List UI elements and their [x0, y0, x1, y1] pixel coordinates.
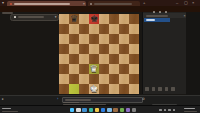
taskbar-icon-task-view[interactable]	[82, 108, 86, 112]
square-f6[interactable]	[109, 34, 119, 44]
square-b7[interactable]	[69, 24, 79, 34]
square-g1[interactable]	[119, 84, 129, 94]
square-f3[interactable]	[109, 64, 119, 74]
taskbar-icon-start[interactable]	[70, 108, 74, 112]
square-a2[interactable]	[59, 74, 69, 84]
nav-next-icon[interactable]	[158, 87, 162, 91]
tab-title-text	[94, 3, 132, 5]
tab-favicon	[90, 3, 92, 5]
console-output-line	[63, 102, 79, 104]
square-a4[interactable]	[59, 54, 69, 64]
square-b3[interactable]	[69, 64, 79, 74]
right-side-panel: ×	[142, 12, 187, 94]
square-h6[interactable]	[129, 34, 139, 44]
square-e2[interactable]	[99, 74, 109, 84]
console-input-text	[65, 99, 91, 101]
square-f2[interactable]	[109, 74, 119, 84]
panel-header: ×	[143, 13, 187, 18]
tab-title-text	[14, 3, 70, 5]
square-d3[interactable]: ♛	[89, 64, 99, 74]
square-a5[interactable]	[59, 44, 69, 54]
square-d7[interactable]	[89, 24, 99, 34]
console-panel: ▸ › ⊘	[0, 95, 200, 105]
window-close-icon[interactable]: ×	[192, 1, 194, 5]
square-c5[interactable]	[79, 44, 89, 54]
tab-favicon	[10, 3, 12, 5]
scroll-gutter	[186, 12, 200, 95]
nav-last-icon[interactable]	[165, 87, 169, 91]
selected-list-item[interactable]	[144, 18, 170, 22]
square-f8[interactable]	[109, 14, 119, 24]
square-b5[interactable]	[69, 44, 79, 54]
white-king[interactable]: ♚	[90, 84, 99, 94]
square-h4[interactable]	[129, 54, 139, 64]
windows-taskbar	[0, 105, 200, 113]
taskbar-icon-app-green[interactable]	[120, 108, 124, 112]
square-a1[interactable]	[59, 84, 69, 94]
square-h1[interactable]	[129, 84, 139, 94]
taskbar-icon-app-purple[interactable]	[126, 108, 130, 112]
square-g5[interactable]	[119, 44, 129, 54]
square-a8[interactable]	[59, 14, 69, 24]
console-prompt-icon: ›	[57, 97, 58, 101]
square-g4[interactable]	[119, 54, 129, 64]
taskbar-icon-search[interactable]	[76, 108, 80, 112]
square-d5[interactable]	[89, 44, 99, 54]
panel-settings-icon[interactable]	[171, 87, 175, 91]
console-sidebar-icon[interactable]: ▸	[2, 97, 4, 101]
square-c7[interactable]	[79, 24, 89, 34]
battery-icon[interactable]	[173, 109, 176, 112]
volume-icon[interactable]	[168, 109, 171, 112]
taskbar-app-icons	[70, 108, 136, 112]
square-f1[interactable]	[109, 84, 119, 94]
panel-title-text	[146, 15, 168, 17]
square-b4[interactable]	[69, 54, 79, 64]
square-g6[interactable]	[119, 34, 129, 44]
taskbar-icon-edge-browser[interactable]	[89, 108, 93, 112]
taskbar-icon-app-photos[interactable]	[107, 108, 111, 112]
selected-item-text	[146, 19, 155, 21]
square-e1[interactable]	[99, 84, 109, 94]
tab-close-icon[interactable]: ×	[83, 2, 85, 6]
clock-time-text	[184, 108, 195, 110]
system-tray	[159, 109, 175, 112]
taskbar-icon-file-explorer[interactable]	[95, 108, 99, 112]
wifi-icon[interactable]	[164, 109, 167, 112]
square-b2[interactable]	[69, 74, 79, 84]
square-h2[interactable]	[129, 74, 139, 84]
square-b1[interactable]	[69, 84, 79, 94]
black-queen[interactable]: ♛	[70, 14, 79, 24]
square-a7[interactable]	[59, 24, 69, 34]
square-h5[interactable]	[129, 44, 139, 54]
tab-search-icon[interactable]: ▾	[2, 1, 4, 5]
new-tab-icon[interactable]: +	[143, 1, 145, 5]
square-h3[interactable]	[129, 64, 139, 74]
taskbar-icon-app-brown[interactable]	[113, 108, 117, 112]
console-clear-icon[interactable]: ⊘	[142, 97, 145, 101]
nav-prev-icon[interactable]	[152, 87, 156, 91]
square-g8[interactable]	[119, 14, 129, 24]
chess-board: ♛♚♛♚	[59, 14, 139, 94]
square-e8[interactable]	[99, 14, 109, 24]
clock-date-text	[184, 111, 197, 113]
taskbar-icon-app-grey[interactable]	[132, 108, 136, 112]
square-e4[interactable]	[99, 54, 109, 64]
taskbar-icon-store[interactable]	[101, 108, 105, 112]
square-g2[interactable]	[119, 74, 129, 84]
square-e6[interactable]	[99, 34, 109, 44]
nav-first-icon[interactable]	[145, 87, 149, 91]
square-d8[interactable]: ♚	[89, 14, 99, 24]
square-b6[interactable]	[69, 34, 79, 44]
window-maximize-icon[interactable]: ▢	[184, 1, 188, 5]
square-b8[interactable]: ♛	[69, 14, 79, 24]
chess-app-page: ▾ ♛♚♛♚ ×	[0, 12, 200, 95]
tray-up-arrow-icon[interactable]	[159, 109, 162, 112]
square-g3[interactable]	[119, 64, 129, 74]
square-g7[interactable]	[119, 24, 129, 34]
dropdown-leading-icon	[14, 16, 17, 19]
game-mode-dropdown[interactable]: ▾	[10, 14, 59, 21]
square-c3[interactable]	[79, 64, 89, 74]
square-a3[interactable]	[59, 64, 69, 74]
window-minimize-icon[interactable]: –	[176, 1, 178, 5]
black-king[interactable]: ♚	[90, 14, 99, 24]
square-h7[interactable]	[129, 24, 139, 34]
panel-toolbar	[145, 87, 185, 92]
square-e3[interactable]	[99, 64, 109, 74]
square-f5[interactable]	[109, 44, 119, 54]
square-d6[interactable]	[89, 34, 99, 44]
square-e7[interactable]	[99, 24, 109, 34]
desktop-screenshot: ▾ × + – ▢ × ← → ↻ ☆ ⋮	[0, 0, 200, 113]
dropdown-label-text	[18, 16, 44, 18]
square-c2[interactable]	[79, 74, 89, 84]
square-c6[interactable]	[79, 34, 89, 44]
square-e5[interactable]	[99, 44, 109, 54]
square-c8[interactable]	[79, 14, 89, 24]
square-h8[interactable]	[129, 14, 139, 24]
square-f7[interactable]	[109, 24, 119, 34]
square-c1[interactable]	[79, 84, 89, 94]
taskbar-clock[interactable]	[184, 108, 197, 113]
square-c4[interactable]	[79, 54, 89, 64]
chevron-down-icon: ▾	[55, 15, 57, 19]
white-queen[interactable]: ♛	[90, 64, 99, 74]
square-f4[interactable]	[109, 54, 119, 64]
square-d1[interactable]: ♚	[89, 84, 99, 94]
weather-widget-temp[interactable]	[2, 108, 11, 110]
square-a6[interactable]	[59, 34, 69, 44]
weather-widget-text	[2, 111, 18, 113]
